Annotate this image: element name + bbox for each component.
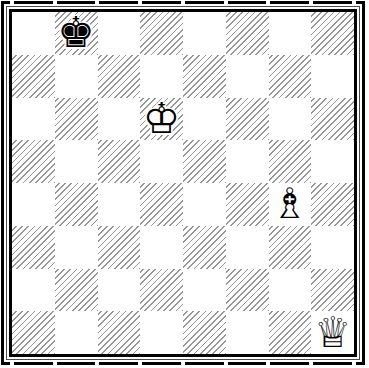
square-c1[interactable] — [98, 311, 141, 354]
square-h7[interactable] — [311, 55, 354, 98]
square-a3[interactable] — [12, 226, 55, 269]
square-d4[interactable] — [140, 183, 183, 226]
square-e5[interactable] — [183, 140, 226, 183]
square-b6[interactable] — [55, 98, 98, 141]
square-f6[interactable] — [226, 98, 269, 141]
square-b4[interactable] — [55, 183, 98, 226]
square-f4[interactable] — [226, 183, 269, 226]
square-a4[interactable] — [12, 183, 55, 226]
square-d3[interactable] — [140, 226, 183, 269]
square-g1[interactable] — [269, 311, 312, 354]
square-d8[interactable] — [140, 12, 183, 55]
chess-board: ♚♚♚♔♝♗♛♕ — [12, 12, 354, 354]
square-a2[interactable] — [12, 269, 55, 312]
square-h4[interactable] — [311, 183, 354, 226]
square-f3[interactable] — [226, 226, 269, 269]
square-d7[interactable] — [140, 55, 183, 98]
square-e7[interactable] — [183, 55, 226, 98]
square-e8[interactable] — [183, 12, 226, 55]
white-king[interactable]: ♔ — [140, 98, 183, 141]
square-c6[interactable] — [98, 98, 141, 141]
square-h3[interactable] — [311, 226, 354, 269]
square-d6[interactable]: ♚♔ — [140, 98, 183, 141]
white-queen[interactable]: ♕ — [311, 311, 354, 354]
square-b5[interactable] — [55, 140, 98, 183]
board-middle-rule: ♚♚♚♔♝♗♛♕ — [6, 6, 360, 360]
square-f7[interactable] — [226, 55, 269, 98]
square-d5[interactable] — [140, 140, 183, 183]
square-d1[interactable] — [140, 311, 183, 354]
square-h2[interactable] — [311, 269, 354, 312]
square-g2[interactable] — [269, 269, 312, 312]
square-f2[interactable] — [226, 269, 269, 312]
square-c4[interactable] — [98, 183, 141, 226]
square-g6[interactable] — [269, 98, 312, 141]
square-f1[interactable] — [226, 311, 269, 354]
square-c2[interactable] — [98, 269, 141, 312]
square-g3[interactable] — [269, 226, 312, 269]
square-b2[interactable] — [55, 269, 98, 312]
square-h6[interactable] — [311, 98, 354, 141]
square-f5[interactable] — [226, 140, 269, 183]
frame-tick-marks-bottom — [10, 362, 356, 365]
square-e1[interactable] — [183, 311, 226, 354]
square-h5[interactable] — [311, 140, 354, 183]
square-b1[interactable] — [55, 311, 98, 354]
square-c7[interactable] — [98, 55, 141, 98]
square-h8[interactable] — [311, 12, 354, 55]
square-a5[interactable] — [12, 140, 55, 183]
square-a6[interactable] — [12, 98, 55, 141]
black-king[interactable]: ♚ — [55, 12, 98, 55]
square-e3[interactable] — [183, 226, 226, 269]
square-c3[interactable] — [98, 226, 141, 269]
frame-tick-marks-top — [10, 1, 356, 4]
chess-diagram: ♚♚♚♔♝♗♛♕ — [1, 1, 365, 365]
square-a7[interactable] — [12, 55, 55, 98]
square-a1[interactable] — [12, 311, 55, 354]
square-b3[interactable] — [55, 226, 98, 269]
white-bishop[interactable]: ♗ — [269, 183, 312, 226]
square-g5[interactable] — [269, 140, 312, 183]
square-c5[interactable] — [98, 140, 141, 183]
board-inner-frame: ♚♚♚♔♝♗♛♕ — [9, 9, 357, 357]
square-a8[interactable] — [12, 12, 55, 55]
square-e2[interactable] — [183, 269, 226, 312]
square-f8[interactable] — [226, 12, 269, 55]
square-e6[interactable] — [183, 98, 226, 141]
square-e4[interactable] — [183, 183, 226, 226]
square-g7[interactable] — [269, 55, 312, 98]
square-d2[interactable] — [140, 269, 183, 312]
square-h1[interactable]: ♛♕ — [311, 311, 354, 354]
square-g8[interactable] — [269, 12, 312, 55]
square-g4[interactable]: ♝♗ — [269, 183, 312, 226]
board-outer-frame: ♚♚♚♔♝♗♛♕ — [1, 1, 365, 365]
square-c8[interactable] — [98, 12, 141, 55]
square-b7[interactable] — [55, 55, 98, 98]
square-b8[interactable]: ♚♚ — [55, 12, 98, 55]
